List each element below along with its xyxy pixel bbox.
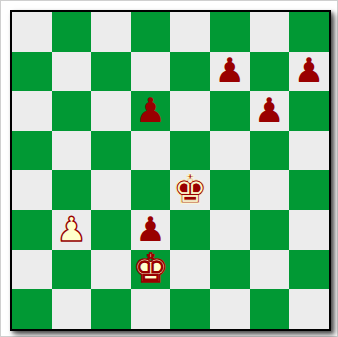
square-c6[interactable] <box>91 91 131 131</box>
square-c3[interactable] <box>91 210 131 250</box>
square-a4[interactable] <box>12 170 52 210</box>
square-a8[interactable] <box>12 12 52 52</box>
square-c5[interactable] <box>91 131 131 171</box>
square-a3[interactable] <box>12 210 52 250</box>
square-d3[interactable]: ♟ <box>131 210 171 250</box>
chess-board-frame: ♟♟♟♟♚♟♟♚ <box>10 10 331 331</box>
square-c8[interactable] <box>91 12 131 52</box>
square-a6[interactable] <box>12 91 52 131</box>
square-b3[interactable]: ♟ <box>52 210 92 250</box>
piece-black-pawn[interactable]: ♟ <box>294 53 324 87</box>
square-c4[interactable] <box>91 170 131 210</box>
piece-black-king[interactable]: ♚ <box>172 170 208 209</box>
chess-board: ♟♟♟♟♚♟♟♚ <box>12 12 329 329</box>
square-d2[interactable]: ♚ <box>131 250 171 290</box>
square-e6[interactable] <box>170 91 210 131</box>
square-e4[interactable]: ♚ <box>170 170 210 210</box>
square-g1[interactable] <box>250 289 290 329</box>
piece-black-pawn[interactable]: ♟ <box>215 53 245 87</box>
square-b6[interactable] <box>52 91 92 131</box>
square-b2[interactable] <box>52 250 92 290</box>
square-g2[interactable] <box>250 250 290 290</box>
square-d7[interactable] <box>131 52 171 92</box>
square-f8[interactable] <box>210 12 250 52</box>
square-h5[interactable] <box>289 131 329 171</box>
square-h8[interactable] <box>289 12 329 52</box>
square-h2[interactable] <box>289 250 329 290</box>
square-g6[interactable]: ♟ <box>250 91 290 131</box>
square-g3[interactable] <box>250 210 290 250</box>
piece-white-king[interactable]: ♚ <box>133 250 169 289</box>
square-b8[interactable] <box>52 12 92 52</box>
square-c2[interactable] <box>91 250 131 290</box>
square-e3[interactable] <box>170 210 210 250</box>
square-a1[interactable] <box>12 289 52 329</box>
square-d4[interactable] <box>131 170 171 210</box>
square-h1[interactable] <box>289 289 329 329</box>
square-g5[interactable] <box>250 131 290 171</box>
square-g8[interactable] <box>250 12 290 52</box>
square-b1[interactable] <box>52 289 92 329</box>
square-h4[interactable] <box>289 170 329 210</box>
square-f7[interactable]: ♟ <box>210 52 250 92</box>
square-e2[interactable] <box>170 250 210 290</box>
square-f3[interactable] <box>210 210 250 250</box>
square-a7[interactable] <box>12 52 52 92</box>
square-d6[interactable]: ♟ <box>131 91 171 131</box>
piece-black-pawn[interactable]: ♟ <box>135 93 165 127</box>
piece-black-pawn[interactable]: ♟ <box>254 93 284 127</box>
square-g4[interactable] <box>250 170 290 210</box>
square-a2[interactable] <box>12 250 52 290</box>
square-e8[interactable] <box>170 12 210 52</box>
square-d5[interactable] <box>131 131 171 171</box>
square-h3[interactable] <box>289 210 329 250</box>
square-h7[interactable]: ♟ <box>289 52 329 92</box>
square-f6[interactable] <box>210 91 250 131</box>
square-f5[interactable] <box>210 131 250 171</box>
page-background: ♟♟♟♟♚♟♟♚ <box>0 0 338 337</box>
square-c1[interactable] <box>91 289 131 329</box>
piece-black-pawn[interactable]: ♟ <box>135 212 165 246</box>
square-f1[interactable] <box>210 289 250 329</box>
square-b4[interactable] <box>52 170 92 210</box>
square-d1[interactable] <box>131 289 171 329</box>
square-e1[interactable] <box>170 289 210 329</box>
square-g7[interactable] <box>250 52 290 92</box>
square-b7[interactable] <box>52 52 92 92</box>
square-d8[interactable] <box>131 12 171 52</box>
square-e7[interactable] <box>170 52 210 92</box>
square-c7[interactable] <box>91 52 131 92</box>
square-f2[interactable] <box>210 250 250 290</box>
square-a5[interactable] <box>12 131 52 171</box>
piece-white-pawn[interactable]: ♟ <box>56 212 86 246</box>
square-f4[interactable] <box>210 170 250 210</box>
square-b5[interactable] <box>52 131 92 171</box>
square-e5[interactable] <box>170 131 210 171</box>
square-h6[interactable] <box>289 91 329 131</box>
